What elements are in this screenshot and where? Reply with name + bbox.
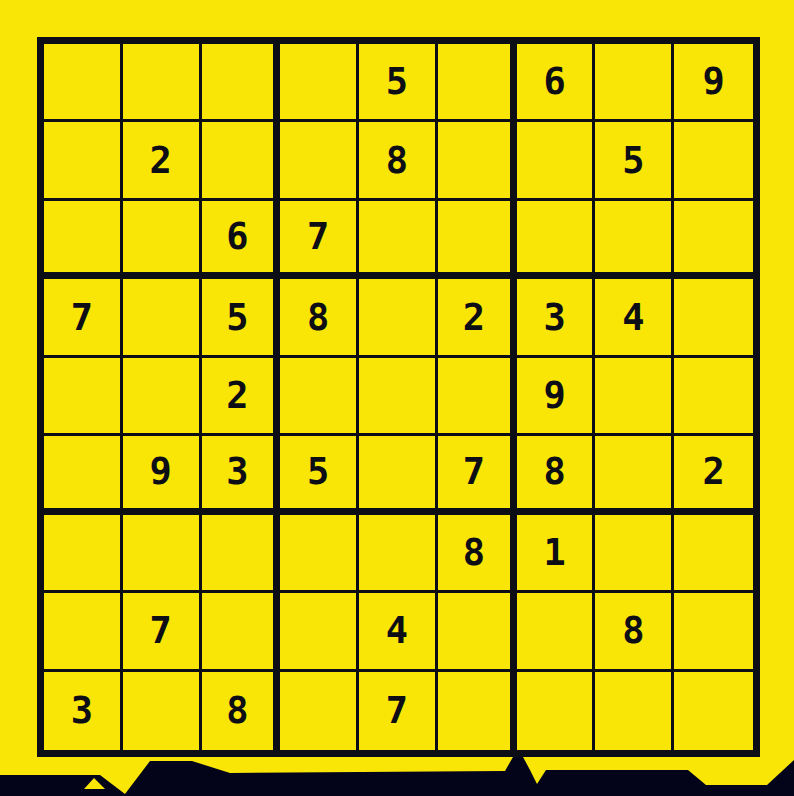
cell-value: 7 (307, 218, 329, 255)
cell-value: 9 (702, 63, 724, 100)
sudoku-cell[interactable] (438, 672, 517, 750)
sudoku-cell[interactable]: 6 (202, 201, 281, 279)
cell-value: 3 (71, 692, 93, 729)
sudoku-cell[interactable] (44, 358, 123, 436)
sudoku-cell[interactable]: 1 (517, 515, 596, 593)
sudoku-cell[interactable] (280, 515, 359, 593)
sudoku-cell[interactable] (359, 436, 438, 514)
sudoku-cell[interactable] (280, 593, 359, 671)
sudoku-cell[interactable] (123, 358, 202, 436)
cell-value: 1 (543, 534, 565, 571)
sudoku-cell[interactable] (595, 44, 674, 122)
sudoku-cell[interactable]: 8 (280, 279, 359, 357)
sudoku-cell[interactable] (359, 201, 438, 279)
cell-value: 7 (463, 453, 485, 490)
sudoku-cell[interactable] (123, 672, 202, 750)
sudoku-cell[interactable] (280, 44, 359, 122)
sudoku-cell[interactable] (438, 358, 517, 436)
sudoku-cell[interactable] (517, 122, 596, 200)
cell-value: 5 (622, 142, 644, 179)
cell-value: 8 (386, 142, 408, 179)
sudoku-cell[interactable]: 3 (517, 279, 596, 357)
sudoku-cell[interactable]: 8 (595, 593, 674, 671)
sudoku-cell[interactable] (595, 358, 674, 436)
sudoku-cell[interactable] (438, 593, 517, 671)
cell-value: 4 (386, 612, 408, 649)
sudoku-cell[interactable] (44, 44, 123, 122)
sudoku-cell[interactable]: 7 (123, 593, 202, 671)
sudoku-cell[interactable]: 8 (438, 515, 517, 593)
cell-value: 7 (150, 612, 172, 649)
sudoku-cell[interactable] (202, 122, 281, 200)
sudoku-cell[interactable] (123, 44, 202, 122)
sudoku-cell[interactable] (595, 201, 674, 279)
sudoku-cell[interactable]: 6 (517, 44, 596, 122)
sudoku-cell[interactable] (517, 672, 596, 750)
sudoku-cell[interactable] (674, 672, 753, 750)
sudoku-cell[interactable]: 5 (359, 44, 438, 122)
sudoku-cell[interactable]: 2 (123, 122, 202, 200)
sudoku-cell[interactable]: 2 (674, 436, 753, 514)
sudoku-cell[interactable] (674, 201, 753, 279)
cell-value: 6 (226, 218, 248, 255)
sudoku-cell[interactable]: 2 (202, 358, 281, 436)
sudoku-cell[interactable] (595, 515, 674, 593)
sudoku-cell[interactable] (438, 122, 517, 200)
cell-value: 3 (226, 453, 248, 490)
cell-value: 3 (543, 299, 565, 336)
cell-value: 8 (543, 453, 565, 490)
sudoku-cell[interactable]: 4 (595, 279, 674, 357)
sudoku-cell[interactable] (359, 279, 438, 357)
sudoku-cell[interactable] (44, 201, 123, 279)
sudoku-cell[interactable] (202, 515, 281, 593)
sudoku-cell[interactable] (44, 593, 123, 671)
sudoku-cell[interactable] (595, 436, 674, 514)
cell-value: 2 (463, 299, 485, 336)
cell-value: 4 (622, 299, 644, 336)
sudoku-cell[interactable] (123, 515, 202, 593)
cell-value: 7 (386, 692, 408, 729)
sudoku-cell[interactable]: 4 (359, 593, 438, 671)
sudoku-cell[interactable] (438, 201, 517, 279)
sudoku-cell[interactable] (674, 515, 753, 593)
sudoku-cell[interactable] (280, 672, 359, 750)
cell-value: 5 (386, 63, 408, 100)
sudoku-cell[interactable] (359, 358, 438, 436)
sudoku-cell[interactable]: 7 (438, 436, 517, 514)
cell-value: 5 (226, 299, 248, 336)
cell-value: 2 (150, 142, 172, 179)
sudoku-cell[interactable]: 8 (359, 122, 438, 200)
sudoku-cell[interactable] (280, 358, 359, 436)
sudoku-cell[interactable]: 3 (44, 672, 123, 750)
cell-value: 8 (622, 612, 644, 649)
sudoku-board: 569285677582342993578281748387 (37, 37, 760, 757)
sudoku-cell[interactable]: 8 (202, 672, 281, 750)
sudoku-cell[interactable] (674, 122, 753, 200)
sudoku-cell[interactable]: 5 (280, 436, 359, 514)
cell-value: 9 (543, 377, 565, 414)
sudoku-cell[interactable]: 5 (595, 122, 674, 200)
sudoku-cell[interactable]: 9 (517, 358, 596, 436)
sudoku-cell[interactable] (674, 358, 753, 436)
cell-value: 8 (226, 692, 248, 729)
page-background: 569285677582342993578281748387 (0, 0, 794, 796)
small-triangle-accent (84, 778, 105, 789)
sudoku-cell[interactable]: 5 (202, 279, 281, 357)
cell-value: 2 (226, 377, 248, 414)
sudoku-cell[interactable] (280, 122, 359, 200)
sudoku-cell[interactable] (123, 279, 202, 357)
sudoku-cell[interactable]: 9 (123, 436, 202, 514)
sudoku-cell[interactable] (595, 672, 674, 750)
sudoku-cell[interactable] (123, 201, 202, 279)
sudoku-cell[interactable] (44, 515, 123, 593)
sudoku-cell[interactable] (359, 515, 438, 593)
cell-value: 5 (307, 453, 329, 490)
cell-value: 8 (307, 299, 329, 336)
sudoku-cell[interactable]: 7 (44, 279, 123, 357)
sudoku-cell[interactable]: 7 (359, 672, 438, 750)
sudoku-cell[interactable]: 7 (280, 201, 359, 279)
sudoku-cell[interactable] (44, 436, 123, 514)
cell-value: 6 (543, 63, 565, 100)
dark-trim-shape (0, 757, 794, 796)
sudoku-cell[interactable]: 9 (674, 44, 753, 122)
sudoku-cell[interactable] (202, 593, 281, 671)
sudoku-cell[interactable] (517, 201, 596, 279)
sudoku-cell[interactable]: 2 (438, 279, 517, 357)
cell-value: 7 (71, 299, 93, 336)
cell-value: 9 (150, 453, 172, 490)
sudoku-cell[interactable]: 3 (202, 436, 281, 514)
sudoku-cell[interactable]: 8 (517, 436, 596, 514)
sudoku-cell[interactable] (674, 593, 753, 671)
cell-value: 2 (702, 453, 724, 490)
sudoku-cell[interactable] (517, 593, 596, 671)
sudoku-cell[interactable] (674, 279, 753, 357)
sudoku-cell[interactable] (438, 44, 517, 122)
cell-value: 8 (463, 534, 485, 571)
sudoku-cell[interactable] (202, 44, 281, 122)
sudoku-cell[interactable] (44, 122, 123, 200)
